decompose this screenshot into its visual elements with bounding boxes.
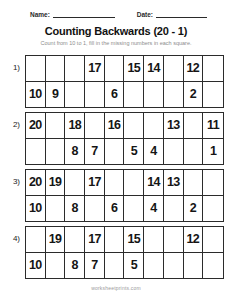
grid-cell-given: 8: [65, 196, 85, 222]
section-number-label: 1): [0, 55, 25, 72]
section-number-label: 2): [0, 112, 25, 129]
grid-cell-given: 1: [203, 139, 223, 165]
grid-cell-given: 7: [85, 139, 105, 165]
grid-cell-given: 8: [65, 139, 85, 165]
grid-cell-blank[interactable]: [144, 227, 164, 253]
number-grid-2: 201816131187541: [25, 112, 224, 165]
grid-cell-blank[interactable]: [65, 82, 85, 108]
grid-cell-given: 19: [46, 170, 66, 196]
puzzle-section-4: 4) 1917151210875: [0, 226, 232, 279]
grid-cell-blank[interactable]: [65, 56, 85, 82]
grid-cell-given: 7: [85, 253, 105, 279]
number-grid-4: 1917151210875: [25, 226, 224, 279]
grid-cell-given: 4: [144, 196, 164, 222]
grid-cell-blank[interactable]: [46, 139, 66, 165]
grid-cell-blank[interactable]: [65, 170, 85, 196]
grid-cell-blank[interactable]: [46, 56, 66, 82]
grid-cell-blank[interactable]: [105, 139, 125, 165]
grid-cell-blank[interactable]: [164, 196, 184, 222]
puzzle-section-2: 2) 201816131187541: [0, 112, 232, 165]
header: Name: Date:: [0, 0, 232, 18]
grid-cell-blank[interactable]: [144, 82, 164, 108]
grid-cell-blank[interactable]: [164, 139, 184, 165]
grid-cell-given: 14: [144, 56, 164, 82]
grid-cell-blank[interactable]: [124, 170, 144, 196]
grid-cell-blank[interactable]: [105, 56, 125, 82]
grid-cell-blank[interactable]: [184, 139, 204, 165]
grid-cell-given: 6: [105, 196, 125, 222]
grid-cell-blank[interactable]: [105, 227, 125, 253]
grid-cell-given: 8: [65, 253, 85, 279]
grid-cell-given: 17: [85, 227, 105, 253]
grid-cell-blank[interactable]: [26, 139, 46, 165]
grid-cell-given: 10: [26, 253, 46, 279]
grid-cell-given: 6: [105, 82, 125, 108]
grid-cell-given: 12: [184, 56, 204, 82]
date-label: Date:: [137, 11, 153, 18]
grid-cell-given: 15: [124, 56, 144, 82]
grid-cell-blank[interactable]: [164, 253, 184, 279]
grid-cell-blank[interactable]: [85, 113, 105, 139]
grid-cell-blank[interactable]: [85, 196, 105, 222]
grid-cell-blank[interactable]: [184, 253, 204, 279]
worksheet-page: Name: Date: Counting Backwards (20 - 1) …: [0, 0, 232, 300]
grid-cell-blank[interactable]: [46, 253, 66, 279]
grid-cell-blank[interactable]: [26, 56, 46, 82]
grid-cell-given: 2: [184, 196, 204, 222]
grid-cell-blank[interactable]: [65, 227, 85, 253]
grid-cell-given: 5: [124, 139, 144, 165]
grid-cell-given: 5: [124, 253, 144, 279]
name-field: Name:: [30, 10, 115, 18]
grid-cell-blank[interactable]: [184, 170, 204, 196]
puzzle-section-3: 3) 2019171413108642: [0, 169, 232, 222]
section-number-label: 3): [0, 169, 25, 186]
date-field: Date:: [137, 10, 207, 18]
grid-cell-blank[interactable]: [26, 227, 46, 253]
grid-cell-blank[interactable]: [203, 227, 223, 253]
grid-cell-blank[interactable]: [105, 253, 125, 279]
puzzle-sections: 1) 1715141210962 2) 201816131187541 3) 2…: [0, 55, 232, 279]
number-grid-3: 2019171413108642: [25, 169, 224, 222]
grid-cell-blank[interactable]: [124, 113, 144, 139]
page-subtitle: Count from 10 to 1, fill in the missing …: [0, 40, 232, 46]
grid-cell-blank[interactable]: [124, 82, 144, 108]
grid-cell-blank[interactable]: [46, 196, 66, 222]
date-line[interactable]: [156, 10, 207, 18]
grid-cell-given: 17: [85, 170, 105, 196]
grid-cell-blank[interactable]: [203, 253, 223, 279]
grid-cell-given: 19: [46, 227, 66, 253]
grid-cell-given: 20: [26, 170, 46, 196]
site-footer: worksheetprints.com: [0, 285, 232, 291]
grid-cell-blank[interactable]: [164, 82, 184, 108]
number-grid-1: 1715141210962: [25, 55, 224, 108]
grid-cell-given: 17: [85, 56, 105, 82]
name-label: Name:: [30, 11, 50, 18]
grid-cell-given: 10: [26, 196, 46, 222]
name-line[interactable]: [53, 10, 115, 18]
grid-cell-given: 13: [164, 113, 184, 139]
grid-cell-blank[interactable]: [203, 170, 223, 196]
grid-cell-given: 18: [65, 113, 85, 139]
grid-cell-blank[interactable]: [164, 56, 184, 82]
grid-cell-given: 15: [124, 227, 144, 253]
grid-cell-blank[interactable]: [203, 56, 223, 82]
grid-cell-given: 16: [105, 113, 125, 139]
grid-cell-blank[interactable]: [203, 82, 223, 108]
puzzle-section-1: 1) 1715141210962: [0, 55, 232, 108]
grid-cell-given: 11: [203, 113, 223, 139]
grid-cell-blank[interactable]: [203, 196, 223, 222]
grid-cell-given: 14: [144, 170, 164, 196]
grid-cell-blank[interactable]: [144, 113, 164, 139]
grid-cell-blank[interactable]: [184, 113, 204, 139]
grid-cell-given: 2: [184, 82, 204, 108]
page-title: Counting Backwards (20 - 1): [0, 25, 232, 37]
grid-cell-blank[interactable]: [124, 196, 144, 222]
grid-cell-given: 20: [26, 113, 46, 139]
grid-cell-blank[interactable]: [144, 253, 164, 279]
grid-cell-given: 9: [46, 82, 66, 108]
grid-cell-given: 10: [26, 82, 46, 108]
grid-cell-blank[interactable]: [164, 227, 184, 253]
grid-cell-given: 13: [164, 170, 184, 196]
grid-cell-given: 12: [184, 227, 204, 253]
section-number-label: 4): [0, 226, 25, 243]
grid-cell-blank[interactable]: [105, 170, 125, 196]
grid-cell-blank[interactable]: [46, 113, 66, 139]
grid-cell-given: 4: [144, 139, 164, 165]
grid-cell-blank[interactable]: [85, 82, 105, 108]
